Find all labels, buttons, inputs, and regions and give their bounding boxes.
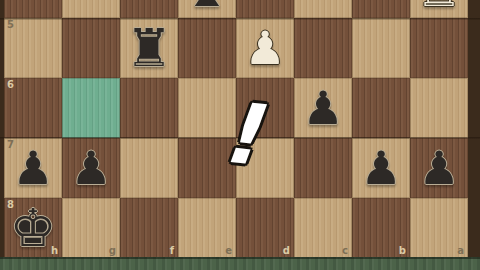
square-f7[interactable] xyxy=(120,138,178,198)
square-e5[interactable] xyxy=(178,18,236,78)
square-b8[interactable]: b xyxy=(352,198,410,258)
square-c5[interactable] xyxy=(294,18,352,78)
square-a8[interactable]: a xyxy=(410,198,468,258)
background-strip xyxy=(0,257,480,270)
rank-label-6: 6 xyxy=(7,80,14,90)
square-c8[interactable]: c xyxy=(294,198,352,258)
square-a5[interactable] xyxy=(410,18,468,78)
file-label-a: a xyxy=(457,246,464,256)
square-h4[interactable] xyxy=(4,0,62,18)
square-h5[interactable]: 5 xyxy=(4,18,62,78)
square-h8[interactable]: 8h♚ xyxy=(4,198,62,258)
square-b5[interactable] xyxy=(352,18,410,78)
square-g6[interactable] xyxy=(62,78,120,138)
square-f5[interactable]: ♜ xyxy=(120,18,178,78)
file-label-b: b xyxy=(399,246,406,256)
square-b6[interactable] xyxy=(352,78,410,138)
square-f6[interactable] xyxy=(120,78,178,138)
square-h6[interactable]: 6 xyxy=(4,78,62,138)
file-label-d: d xyxy=(283,246,290,256)
piece-black-pawn-g7[interactable]: ♟ xyxy=(62,138,120,198)
piece-black-pawn-h7[interactable]: ♟ xyxy=(4,138,62,198)
piece-black-pawn-b7[interactable]: ♟ xyxy=(352,138,410,198)
square-a7[interactable]: ♟ xyxy=(410,138,468,198)
square-e8[interactable]: e xyxy=(178,198,236,258)
square-b7[interactable]: ♟ xyxy=(352,138,410,198)
piece-black-rook-f5[interactable]: ♜ xyxy=(120,18,178,78)
square-f4[interactable] xyxy=(120,0,178,18)
piece-black-pawn-c6[interactable]: ♟ xyxy=(294,78,352,138)
square-g8[interactable]: g xyxy=(62,198,120,258)
video-frame: ♝♜5♜♟6♟7♟♟♟♟8h♚gfedcba ! xyxy=(0,0,480,270)
square-c4[interactable] xyxy=(294,0,352,18)
square-f8[interactable]: f xyxy=(120,198,178,258)
square-g7[interactable]: ♟ xyxy=(62,138,120,198)
square-d5[interactable]: ♟ xyxy=(236,18,294,78)
square-d8[interactable]: d xyxy=(236,198,294,258)
square-h7[interactable]: 7♟ xyxy=(4,138,62,198)
square-e4[interactable]: ♝ xyxy=(178,0,236,18)
piece-black-king-h8[interactable]: ♚ xyxy=(4,198,62,258)
piece-black-bishop-e4[interactable]: ♝ xyxy=(178,0,236,18)
rank-label-5: 5 xyxy=(7,20,14,30)
square-a4[interactable]: ♜ xyxy=(410,0,468,18)
piece-white-pawn-d5[interactable]: ♟ xyxy=(236,18,294,78)
square-c7[interactable] xyxy=(294,138,352,198)
square-g4[interactable] xyxy=(62,0,120,18)
file-label-e: e xyxy=(225,246,232,256)
file-label-f: f xyxy=(170,246,174,256)
square-b4[interactable] xyxy=(352,0,410,18)
square-c6[interactable]: ♟ xyxy=(294,78,352,138)
file-label-g: g xyxy=(109,246,116,256)
square-a6[interactable] xyxy=(410,78,468,138)
square-d4[interactable] xyxy=(236,0,294,18)
piece-black-pawn-a7[interactable]: ♟ xyxy=(410,138,468,198)
square-g5[interactable] xyxy=(62,18,120,78)
piece-white-rook-a4[interactable]: ♜ xyxy=(410,0,468,18)
file-label-c: c xyxy=(342,246,348,256)
